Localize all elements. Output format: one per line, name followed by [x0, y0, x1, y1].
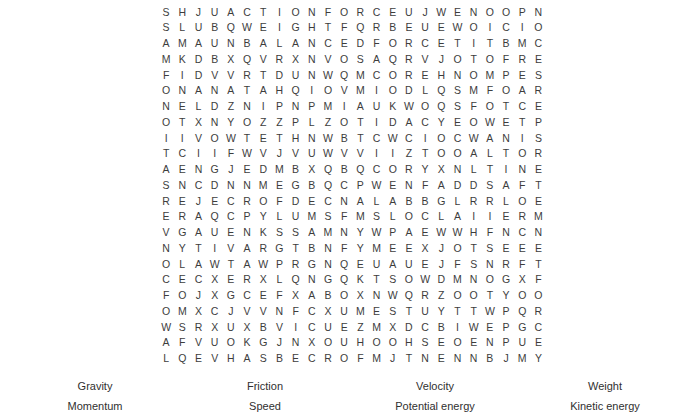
- grid-cell-r22c21[interactable]: N: [482, 335, 498, 351]
- grid-cell-r6c23[interactable]: A: [514, 83, 530, 99]
- grid-cell-r22c22[interactable]: P: [498, 335, 514, 351]
- grid-cell-r19c21[interactable]: T: [482, 288, 498, 304]
- grid-cell-r23c5[interactable]: H: [223, 351, 239, 367]
- grid-cell-r22c5[interactable]: O: [223, 335, 239, 351]
- grid-cell-r4c19[interactable]: O: [449, 51, 465, 67]
- grid-cell-r3c14[interactable]: F: [368, 36, 384, 52]
- grid-cell-r5c1[interactable]: F: [158, 67, 174, 83]
- grid-cell-r22c18[interactable]: E: [433, 335, 449, 351]
- grid-cell-r2c18[interactable]: E: [433, 20, 449, 36]
- grid-cell-r13c6[interactable]: R: [239, 193, 255, 209]
- grid-cell-r3c22[interactable]: B: [498, 36, 514, 52]
- grid-cell-r19c18[interactable]: Z: [433, 288, 449, 304]
- grid-cell-r4c11[interactable]: V: [320, 51, 336, 67]
- grid-cell-r23c11[interactable]: R: [320, 351, 336, 367]
- grid-cell-r23c22[interactable]: J: [498, 351, 514, 367]
- grid-cell-r5c23[interactable]: E: [514, 67, 530, 83]
- grid-cell-r2c19[interactable]: W: [449, 20, 465, 36]
- grid-cell-r17c1[interactable]: O: [158, 256, 174, 272]
- grid-cell-r11c2[interactable]: E: [174, 162, 190, 178]
- grid-cell-r10c18[interactable]: O: [433, 146, 449, 162]
- grid-cell-r4c9[interactable]: X: [288, 51, 304, 67]
- grid-cell-r16c10[interactable]: B: [304, 240, 320, 256]
- grid-cell-r9c11[interactable]: W: [320, 130, 336, 146]
- grid-cell-r10c11[interactable]: W: [320, 146, 336, 162]
- grid-cell-r11c3[interactable]: N: [190, 162, 206, 178]
- grid-cell-r19c8[interactable]: F: [271, 288, 287, 304]
- grid-cell-r10c21[interactable]: L: [482, 146, 498, 162]
- grid-cell-r18c19[interactable]: M: [449, 272, 465, 288]
- grid-cell-r13c4[interactable]: E: [207, 193, 223, 209]
- grid-cell-r23c1[interactable]: L: [158, 351, 174, 367]
- grid-cell-r8c20[interactable]: O: [466, 114, 482, 130]
- grid-cell-r11c20[interactable]: L: [466, 162, 482, 178]
- grid-cell-r14c2[interactable]: R: [174, 209, 190, 225]
- grid-cell-r16c22[interactable]: E: [498, 240, 514, 256]
- grid-cell-r21c16[interactable]: D: [401, 319, 417, 335]
- grid-cell-r12c18[interactable]: A: [433, 177, 449, 193]
- grid-cell-r13c9[interactable]: D: [288, 193, 304, 209]
- grid-cell-r11c14[interactable]: C: [368, 162, 384, 178]
- grid-cell-r22c16[interactable]: H: [401, 335, 417, 351]
- grid-cell-r7c17[interactable]: O: [417, 99, 433, 115]
- grid-cell-r8c9[interactable]: P: [288, 114, 304, 130]
- grid-cell-r9c10[interactable]: N: [304, 130, 320, 146]
- grid-cell-r7c10[interactable]: P: [304, 99, 320, 115]
- grid-cell-r15c10[interactable]: A: [304, 225, 320, 241]
- grid-cell-r7c24[interactable]: E: [530, 99, 546, 115]
- grid-cell-r10c5[interactable]: F: [223, 146, 239, 162]
- grid-cell-r18c7[interactable]: X: [255, 272, 271, 288]
- grid-cell-r11c18[interactable]: X: [433, 162, 449, 178]
- grid-cell-r18c22[interactable]: G: [498, 272, 514, 288]
- grid-cell-r6c5[interactable]: A: [223, 83, 239, 99]
- grid-cell-r3c8[interactable]: L: [271, 36, 287, 52]
- grid-cell-r2c9[interactable]: G: [288, 20, 304, 36]
- grid-cell-r3c21[interactable]: T: [482, 36, 498, 52]
- grid-cell-r4c4[interactable]: B: [207, 51, 223, 67]
- grid-cell-r16c1[interactable]: N: [158, 240, 174, 256]
- grid-cell-r8c18[interactable]: Y: [433, 114, 449, 130]
- grid-cell-r1c17[interactable]: J: [417, 4, 433, 20]
- grid-cell-r4c14[interactable]: A: [368, 51, 384, 67]
- grid-cell-r2c21[interactable]: I: [482, 20, 498, 36]
- grid-cell-r16c23[interactable]: E: [514, 240, 530, 256]
- grid-cell-r6c14[interactable]: I: [368, 83, 384, 99]
- grid-cell-r15c8[interactable]: S: [271, 225, 287, 241]
- grid-cell-r1c2[interactable]: H: [174, 4, 190, 20]
- grid-cell-r23c20[interactable]: N: [466, 351, 482, 367]
- grid-cell-r12c12[interactable]: C: [336, 177, 352, 193]
- grid-cell-r14c1[interactable]: E: [158, 209, 174, 225]
- grid-cell-r4c17[interactable]: V: [417, 51, 433, 67]
- grid-cell-r21c13[interactable]: Z: [352, 319, 368, 335]
- grid-cell-r10c16[interactable]: Z: [401, 146, 417, 162]
- grid-cell-r5c21[interactable]: M: [482, 67, 498, 83]
- grid-cell-r15c7[interactable]: K: [255, 225, 271, 241]
- grid-cell-r17c22[interactable]: R: [498, 256, 514, 272]
- grid-cell-r17c4[interactable]: W: [207, 256, 223, 272]
- grid-cell-r15c21[interactable]: F: [482, 225, 498, 241]
- grid-cell-r7c1[interactable]: N: [158, 99, 174, 115]
- grid-cell-r12c5[interactable]: N: [223, 177, 239, 193]
- grid-cell-r11c16[interactable]: R: [401, 162, 417, 178]
- grid-cell-r5c2[interactable]: I: [174, 67, 190, 83]
- grid-cell-r10c6[interactable]: W: [239, 146, 255, 162]
- grid-cell-r21c12[interactable]: E: [336, 319, 352, 335]
- grid-cell-r2c1[interactable]: S: [158, 20, 174, 36]
- grid-cell-r2c24[interactable]: O: [530, 20, 546, 36]
- grid-cell-r11c12[interactable]: B: [336, 162, 352, 178]
- grid-cell-r23c6[interactable]: A: [239, 351, 255, 367]
- grid-cell-r4c6[interactable]: Q: [239, 51, 255, 67]
- grid-cell-r18c17[interactable]: W: [417, 272, 433, 288]
- grid-cell-r14c3[interactable]: A: [190, 209, 206, 225]
- grid-cell-r9c8[interactable]: T: [271, 130, 287, 146]
- grid-cell-r23c13[interactable]: F: [352, 351, 368, 367]
- grid-cell-r13c5[interactable]: C: [223, 193, 239, 209]
- grid-cell-r19c11[interactable]: B: [320, 288, 336, 304]
- grid-cell-r7c20[interactable]: F: [466, 99, 482, 115]
- grid-cell-r22c20[interactable]: E: [466, 335, 482, 351]
- grid-cell-r22c17[interactable]: S: [417, 335, 433, 351]
- grid-cell-r22c4[interactable]: U: [207, 335, 223, 351]
- grid-cell-r23c24[interactable]: Y: [530, 351, 546, 367]
- grid-cell-r16c5[interactable]: V: [223, 240, 239, 256]
- grid-cell-r13c7[interactable]: O: [255, 193, 271, 209]
- grid-cell-r3c7[interactable]: A: [255, 36, 271, 52]
- grid-cell-r21c6[interactable]: X: [239, 319, 255, 335]
- grid-cell-r15c4[interactable]: U: [207, 225, 223, 241]
- grid-cell-r10c17[interactable]: T: [417, 146, 433, 162]
- grid-cell-r14c18[interactable]: L: [433, 209, 449, 225]
- grid-cell-r19c20[interactable]: O: [466, 288, 482, 304]
- grid-cell-r8c23[interactable]: T: [514, 114, 530, 130]
- grid-cell-r14c23[interactable]: R: [514, 209, 530, 225]
- grid-cell-r9c20[interactable]: W: [466, 130, 482, 146]
- grid-cell-r22c24[interactable]: E: [530, 335, 546, 351]
- grid-cell-r6c4[interactable]: N: [207, 83, 223, 99]
- grid-cell-r9c15[interactable]: W: [385, 130, 401, 146]
- grid-cell-r3c24[interactable]: C: [530, 36, 546, 52]
- grid-cell-r18c4[interactable]: X: [207, 272, 223, 288]
- grid-cell-r23c19[interactable]: N: [449, 351, 465, 367]
- grid-cell-r2c12[interactable]: F: [336, 20, 352, 36]
- grid-cell-r7c4[interactable]: D: [207, 99, 223, 115]
- grid-cell-r23c2[interactable]: Q: [174, 351, 190, 367]
- grid-cell-r15c13[interactable]: Y: [352, 225, 368, 241]
- grid-cell-r15c2[interactable]: G: [174, 225, 190, 241]
- grid-cell-r8c17[interactable]: C: [417, 114, 433, 130]
- grid-cell-r21c19[interactable]: I: [449, 319, 465, 335]
- grid-cell-r13c24[interactable]: E: [530, 193, 546, 209]
- grid-cell-r16c24[interactable]: E: [530, 240, 546, 256]
- grid-cell-r21c15[interactable]: X: [385, 319, 401, 335]
- grid-cell-r14c7[interactable]: Y: [255, 209, 271, 225]
- grid-cell-r21c17[interactable]: C: [417, 319, 433, 335]
- grid-cell-r2c3[interactable]: U: [190, 20, 206, 36]
- grid-cell-r19c23[interactable]: O: [514, 288, 530, 304]
- grid-cell-r17c13[interactable]: E: [352, 256, 368, 272]
- grid-cell-r11c6[interactable]: E: [239, 162, 255, 178]
- grid-cell-r15c19[interactable]: W: [449, 225, 465, 241]
- grid-cell-r10c10[interactable]: U: [304, 146, 320, 162]
- grid-cell-r8c16[interactable]: A: [401, 114, 417, 130]
- grid-cell-r2c20[interactable]: O: [466, 20, 482, 36]
- grid-cell-r1c11[interactable]: F: [320, 4, 336, 20]
- grid-cell-r7c18[interactable]: Q: [433, 99, 449, 115]
- grid-cell-r19c7[interactable]: E: [255, 288, 271, 304]
- grid-cell-r11c21[interactable]: T: [482, 162, 498, 178]
- grid-cell-r23c9[interactable]: E: [288, 351, 304, 367]
- grid-cell-r7c2[interactable]: E: [174, 99, 190, 115]
- grid-cell-r23c15[interactable]: J: [385, 351, 401, 367]
- grid-cell-r19c12[interactable]: O: [336, 288, 352, 304]
- grid-cell-r22c7[interactable]: G: [255, 335, 271, 351]
- grid-cell-r21c2[interactable]: S: [174, 319, 190, 335]
- grid-cell-r8c4[interactable]: N: [207, 114, 223, 130]
- grid-cell-r8c7[interactable]: Z: [255, 114, 271, 130]
- grid-cell-r15c11[interactable]: M: [320, 225, 336, 241]
- grid-cell-r5c16[interactable]: R: [401, 67, 417, 83]
- grid-cell-r20c4[interactable]: C: [207, 303, 223, 319]
- grid-cell-r8c21[interactable]: W: [482, 114, 498, 130]
- grid-cell-r17c16[interactable]: U: [401, 256, 417, 272]
- grid-cell-r7c21[interactable]: O: [482, 99, 498, 115]
- grid-cell-r13c10[interactable]: E: [304, 193, 320, 209]
- grid-cell-r22c1[interactable]: A: [158, 335, 174, 351]
- grid-cell-r6c7[interactable]: A: [255, 83, 271, 99]
- grid-cell-r22c3[interactable]: V: [190, 335, 206, 351]
- grid-cell-r10c24[interactable]: R: [530, 146, 546, 162]
- grid-cell-r13c20[interactable]: R: [466, 193, 482, 209]
- grid-cell-r3c6[interactable]: B: [239, 36, 255, 52]
- grid-cell-r6c3[interactable]: A: [190, 83, 206, 99]
- grid-cell-r21c23[interactable]: G: [514, 319, 530, 335]
- grid-cell-r2c8[interactable]: I: [271, 20, 287, 36]
- grid-cell-r18c9[interactable]: Q: [288, 272, 304, 288]
- grid-cell-r19c5[interactable]: G: [223, 288, 239, 304]
- grid-cell-r2c2[interactable]: L: [174, 20, 190, 36]
- grid-cell-r13c1[interactable]: R: [158, 193, 174, 209]
- grid-cell-r11c11[interactable]: Q: [320, 162, 336, 178]
- grid-cell-r3c17[interactable]: C: [417, 36, 433, 52]
- grid-cell-r13c12[interactable]: N: [336, 193, 352, 209]
- grid-cell-r17c12[interactable]: Q: [336, 256, 352, 272]
- grid-cell-r11c1[interactable]: A: [158, 162, 174, 178]
- grid-cell-r2c16[interactable]: E: [401, 20, 417, 36]
- grid-cell-r17c3[interactable]: A: [190, 256, 206, 272]
- grid-cell-r9c23[interactable]: I: [514, 130, 530, 146]
- grid-cell-r6c18[interactable]: Q: [433, 83, 449, 99]
- grid-cell-r3c10[interactable]: N: [304, 36, 320, 52]
- grid-cell-r7c22[interactable]: T: [498, 99, 514, 115]
- grid-cell-r4c1[interactable]: M: [158, 51, 174, 67]
- grid-cell-r18c2[interactable]: E: [174, 272, 190, 288]
- grid-cell-r10c15[interactable]: I: [385, 146, 401, 162]
- grid-cell-r7c11[interactable]: M: [320, 99, 336, 115]
- grid-cell-r1c10[interactable]: N: [304, 4, 320, 20]
- grid-cell-r18c14[interactable]: T: [368, 272, 384, 288]
- grid-cell-r23c4[interactable]: V: [207, 351, 223, 367]
- grid-cell-r12c13[interactable]: P: [352, 177, 368, 193]
- grid-cell-r21c14[interactable]: M: [368, 319, 384, 335]
- grid-cell-r6c13[interactable]: M: [352, 83, 368, 99]
- grid-cell-r19c13[interactable]: X: [352, 288, 368, 304]
- grid-cell-r6c8[interactable]: H: [271, 83, 287, 99]
- grid-cell-r13c8[interactable]: F: [271, 193, 287, 209]
- grid-cell-r20c23[interactable]: Q: [514, 303, 530, 319]
- grid-cell-r11c19[interactable]: N: [449, 162, 465, 178]
- grid-cell-r21c7[interactable]: B: [255, 319, 271, 335]
- grid-cell-r6c1[interactable]: O: [158, 83, 174, 99]
- grid-cell-r12c16[interactable]: N: [401, 177, 417, 193]
- grid-cell-r22c10[interactable]: X: [304, 335, 320, 351]
- grid-cell-r21c11[interactable]: U: [320, 319, 336, 335]
- grid-cell-r17c9[interactable]: R: [288, 256, 304, 272]
- grid-cell-r6c9[interactable]: Q: [288, 83, 304, 99]
- grid-cell-r17c17[interactable]: E: [417, 256, 433, 272]
- grid-cell-r8c8[interactable]: Z: [271, 114, 287, 130]
- grid-cell-r22c15[interactable]: O: [385, 335, 401, 351]
- grid-cell-r20c2[interactable]: M: [174, 303, 190, 319]
- grid-cell-r5c14[interactable]: C: [368, 67, 384, 83]
- grid-cell-r17c14[interactable]: U: [368, 256, 384, 272]
- grid-cell-r16c6[interactable]: A: [239, 240, 255, 256]
- grid-cell-r11c15[interactable]: O: [385, 162, 401, 178]
- grid-cell-r5c19[interactable]: N: [449, 67, 465, 83]
- grid-cell-r9c3[interactable]: V: [190, 130, 206, 146]
- grid-cell-r5c3[interactable]: D: [190, 67, 206, 83]
- grid-cell-r13c23[interactable]: O: [514, 193, 530, 209]
- grid-cell-r11c13[interactable]: Q: [352, 162, 368, 178]
- grid-cell-r1c23[interactable]: P: [514, 4, 530, 20]
- grid-cell-r13c22[interactable]: L: [498, 193, 514, 209]
- grid-cell-r17c2[interactable]: L: [174, 256, 190, 272]
- grid-cell-r14c12[interactable]: F: [336, 209, 352, 225]
- grid-cell-r17c18[interactable]: J: [433, 256, 449, 272]
- grid-cell-r5c24[interactable]: S: [530, 67, 546, 83]
- grid-cell-r19c24[interactable]: O: [530, 288, 546, 304]
- grid-cell-r19c4[interactable]: X: [207, 288, 223, 304]
- grid-cell-r20c18[interactable]: Y: [433, 303, 449, 319]
- grid-cell-r20c15[interactable]: S: [385, 303, 401, 319]
- grid-cell-r7c7[interactable]: I: [255, 99, 271, 115]
- grid-cell-r22c19[interactable]: O: [449, 335, 465, 351]
- grid-cell-r1c20[interactable]: N: [466, 4, 482, 20]
- grid-cell-r14c9[interactable]: U: [288, 209, 304, 225]
- grid-cell-r8c6[interactable]: O: [239, 114, 255, 130]
- grid-cell-r15c16[interactable]: A: [401, 225, 417, 241]
- grid-cell-r6c24[interactable]: R: [530, 83, 546, 99]
- grid-cell-r16c15[interactable]: E: [385, 240, 401, 256]
- grid-cell-r22c8[interactable]: J: [271, 335, 287, 351]
- grid-cell-r22c6[interactable]: K: [239, 335, 255, 351]
- grid-cell-r18c10[interactable]: N: [304, 272, 320, 288]
- grid-cell-r16c8[interactable]: G: [271, 240, 287, 256]
- grid-cell-r20c7[interactable]: V: [255, 303, 271, 319]
- grid-cell-r20c6[interactable]: V: [239, 303, 255, 319]
- grid-cell-r23c12[interactable]: O: [336, 351, 352, 367]
- grid-cell-r11c5[interactable]: J: [223, 162, 239, 178]
- grid-cell-r21c10[interactable]: C: [304, 319, 320, 335]
- grid-cell-r8c12[interactable]: O: [336, 114, 352, 130]
- grid-cell-r14c4[interactable]: Q: [207, 209, 223, 225]
- grid-cell-r9c18[interactable]: O: [433, 130, 449, 146]
- grid-cell-r21c3[interactable]: R: [190, 319, 206, 335]
- grid-cell-r14c21[interactable]: I: [482, 209, 498, 225]
- grid-cell-r3c11[interactable]: C: [320, 36, 336, 52]
- grid-cell-r17c15[interactable]: A: [385, 256, 401, 272]
- grid-cell-r20c3[interactable]: X: [190, 303, 206, 319]
- grid-cell-r8c11[interactable]: Z: [320, 114, 336, 130]
- grid-cell-r2c15[interactable]: B: [385, 20, 401, 36]
- grid-cell-r11c17[interactable]: Y: [417, 162, 433, 178]
- grid-cell-r5c10[interactable]: N: [304, 67, 320, 83]
- grid-cell-r12c17[interactable]: F: [417, 177, 433, 193]
- grid-cell-r17c8[interactable]: P: [271, 256, 287, 272]
- grid-cell-r7c3[interactable]: L: [190, 99, 206, 115]
- grid-cell-r16c7[interactable]: R: [255, 240, 271, 256]
- grid-cell-r4c20[interactable]: T: [466, 51, 482, 67]
- grid-cell-r21c18[interactable]: B: [433, 319, 449, 335]
- grid-cell-r19c14[interactable]: N: [368, 288, 384, 304]
- grid-cell-r23c3[interactable]: E: [190, 351, 206, 367]
- grid-cell-r10c20[interactable]: A: [466, 146, 482, 162]
- grid-cell-r15c15[interactable]: P: [385, 225, 401, 241]
- grid-cell-r23c10[interactable]: C: [304, 351, 320, 367]
- grid-cell-r10c19[interactable]: O: [449, 146, 465, 162]
- grid-cell-r13c18[interactable]: G: [433, 193, 449, 209]
- grid-cell-r14c5[interactable]: C: [223, 209, 239, 225]
- grid-cell-r11c9[interactable]: B: [288, 162, 304, 178]
- grid-cell-r23c14[interactable]: M: [368, 351, 384, 367]
- grid-cell-r1c6[interactable]: C: [239, 4, 255, 20]
- grid-cell-r6c16[interactable]: D: [401, 83, 417, 99]
- grid-cell-r9c5[interactable]: W: [223, 130, 239, 146]
- grid-cell-r12c8[interactable]: E: [271, 177, 287, 193]
- grid-cell-r12c22[interactable]: A: [498, 177, 514, 193]
- grid-cell-r4c16[interactable]: R: [401, 51, 417, 67]
- grid-cell-r15c17[interactable]: E: [417, 225, 433, 241]
- grid-cell-r1c15[interactable]: E: [385, 4, 401, 20]
- grid-cell-r4c7[interactable]: V: [255, 51, 271, 67]
- grid-cell-r5c15[interactable]: O: [385, 67, 401, 83]
- grid-cell-r17c20[interactable]: S: [466, 256, 482, 272]
- grid-cell-r6c15[interactable]: O: [385, 83, 401, 99]
- grid-cell-r23c16[interactable]: T: [401, 351, 417, 367]
- grid-cell-r10c4[interactable]: I: [207, 146, 223, 162]
- grid-cell-r20c8[interactable]: N: [271, 303, 287, 319]
- grid-cell-r14c19[interactable]: A: [449, 209, 465, 225]
- grid-cell-r20c13[interactable]: M: [352, 303, 368, 319]
- grid-cell-r5c8[interactable]: D: [271, 67, 287, 83]
- grid-cell-r14c15[interactable]: L: [385, 209, 401, 225]
- grid-cell-r16c14[interactable]: M: [368, 240, 384, 256]
- grid-cell-r1c18[interactable]: W: [433, 4, 449, 20]
- grid-cell-r2c6[interactable]: W: [239, 20, 255, 36]
- grid-cell-r2c10[interactable]: H: [304, 20, 320, 36]
- grid-cell-r14c13[interactable]: M: [352, 209, 368, 225]
- grid-cell-r12c9[interactable]: G: [288, 177, 304, 193]
- grid-cell-r8c13[interactable]: T: [352, 114, 368, 130]
- grid-cell-r6c21[interactable]: F: [482, 83, 498, 99]
- grid-cell-r17c7[interactable]: W: [255, 256, 271, 272]
- grid-cell-r19c9[interactable]: X: [288, 288, 304, 304]
- grid-cell-r1c7[interactable]: T: [255, 4, 271, 20]
- grid-cell-r3c1[interactable]: A: [158, 36, 174, 52]
- grid-cell-r23c23[interactable]: M: [514, 351, 530, 367]
